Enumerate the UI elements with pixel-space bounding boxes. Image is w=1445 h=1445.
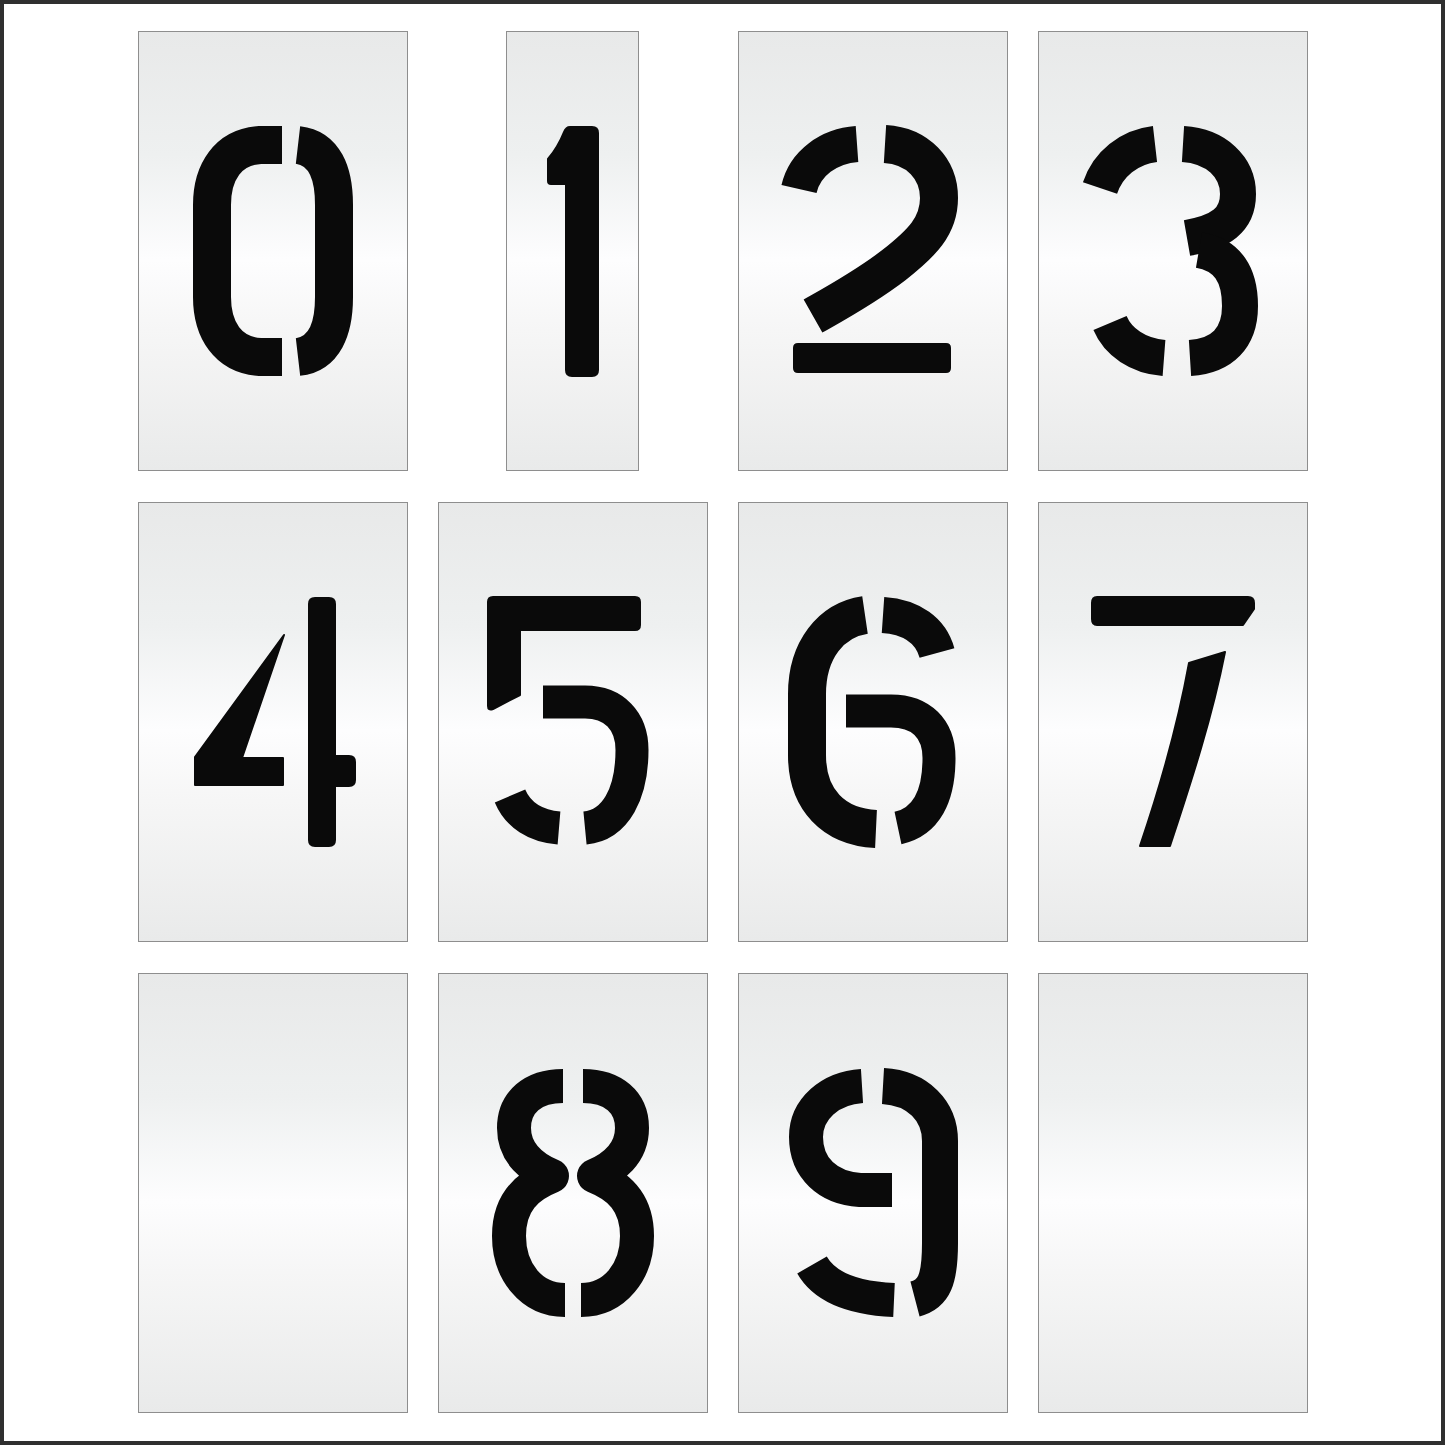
blank-tile [1038,973,1308,1413]
stencil-tile-8: 8 [438,973,708,1413]
stencil-tile-2: 2 [738,31,1008,471]
digit-5-stencil-glyph [488,597,658,847]
stencil-tile-1: 1 [506,31,639,471]
stencil-tile-6: 6 [738,502,1008,942]
digit-1-stencil-glyph [548,126,598,376]
stencil-grid: 0123456789 [0,0,1445,1445]
digit-2-stencil-glyph [788,126,958,376]
digit-3-stencil-glyph [1088,126,1258,376]
stencil-tile-4: 4 [138,502,408,942]
digit-8-stencil-glyph [488,1068,658,1318]
stencil-tile-3: 3 [1038,31,1308,471]
digit-6-stencil-glyph [788,597,958,847]
stencil-tile-0: 0 [138,31,408,471]
stencil-tile-9: 9 [738,973,1008,1413]
digit-7-stencil-glyph [1088,597,1258,847]
stencil-tile-7: 7 [1038,502,1308,942]
digit-0-stencil-glyph [188,126,358,376]
digit-4-stencil-glyph [188,597,358,847]
stencil-tile-5: 5 [438,502,708,942]
digit-9-stencil-glyph [788,1068,958,1318]
blank-tile [138,973,408,1413]
